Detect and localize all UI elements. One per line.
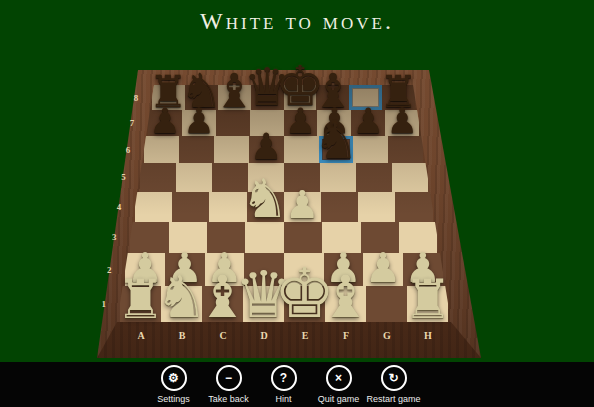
black-pawn-a7[interactable]: ♟ — [149, 103, 180, 138]
gear-icon: ⚙ — [161, 365, 187, 391]
black-pawn-e7[interactable]: ♟ — [285, 103, 316, 138]
square-g4[interactable] — [358, 192, 395, 222]
settings-button[interactable]: ⚙Settings — [146, 365, 201, 404]
white-bishop-f1[interactable]: ♝ — [319, 268, 371, 326]
square-a4[interactable] — [135, 192, 172, 222]
rank-label-6: 6 — [126, 145, 131, 155]
rank-label-4: 4 — [117, 202, 122, 212]
file-label-g: G — [383, 330, 391, 341]
restart-game-button[interactable]: ↻Restart game — [366, 365, 421, 404]
black-pawn-d6[interactable]: ♟ — [250, 129, 282, 165]
close-icon: × — [326, 365, 352, 391]
app-bar-buttons: ⚙Settings−Take back?Hint×Quit game↻Resta… — [146, 365, 421, 404]
square-h4[interactable] — [395, 192, 432, 222]
status-heading: White to move. — [0, 8, 594, 35]
minus-icon: − — [216, 365, 242, 391]
restart-icon: ↻ — [381, 365, 407, 391]
rank-label-7: 7 — [130, 118, 135, 128]
black-pawn-h7[interactable]: ♟ — [386, 103, 417, 138]
white-pawn-e4[interactable]: ♟ — [285, 186, 319, 224]
restart-game-label: Restart game — [366, 394, 420, 404]
square-f4[interactable] — [321, 192, 358, 222]
rank-label-5: 5 — [121, 172, 126, 182]
rank-label-1: 1 — [102, 299, 107, 309]
file-label-b: B — [179, 330, 186, 341]
rank-label-3: 3 — [112, 232, 117, 242]
take-back-label: Take back — [208, 394, 249, 404]
square-a5[interactable] — [140, 163, 176, 192]
square-c6[interactable] — [214, 136, 249, 163]
file-label-f: F — [343, 330, 349, 341]
file-label-c: C — [219, 330, 226, 341]
black-knight-f6[interactable]: ♞ — [314, 117, 359, 167]
file-label-a: A — [137, 330, 144, 341]
square-b5[interactable] — [176, 163, 212, 192]
file-label-h: H — [424, 330, 432, 341]
rank-label-8: 8 — [134, 93, 139, 103]
square-g5[interactable] — [356, 163, 392, 192]
hint-button[interactable]: ?Hint — [256, 365, 311, 404]
hint-label: Hint — [275, 394, 291, 404]
chess-app: White to move. 87654321ABCDEFGH ♜♞♝♛♚♝♜♟… — [0, 0, 594, 407]
white-rook-h1[interactable]: ♜ — [403, 272, 452, 326]
quit-game-button[interactable]: ×Quit game — [311, 365, 366, 404]
question-icon: ? — [271, 365, 297, 391]
square-h5[interactable] — [392, 163, 428, 192]
app-bar: ⚙Settings−Take back?Hint×Quit game↻Resta… — [0, 362, 594, 407]
square-b4[interactable] — [172, 192, 209, 222]
rank-label-2: 2 — [107, 265, 112, 275]
white-knight-d4[interactable]: ♞ — [241, 173, 289, 226]
take-back-button[interactable]: −Take back — [201, 365, 256, 404]
settings-label: Settings — [157, 394, 190, 404]
quit-game-label: Quit game — [318, 394, 360, 404]
black-pawn-b7[interactable]: ♟ — [183, 103, 214, 138]
